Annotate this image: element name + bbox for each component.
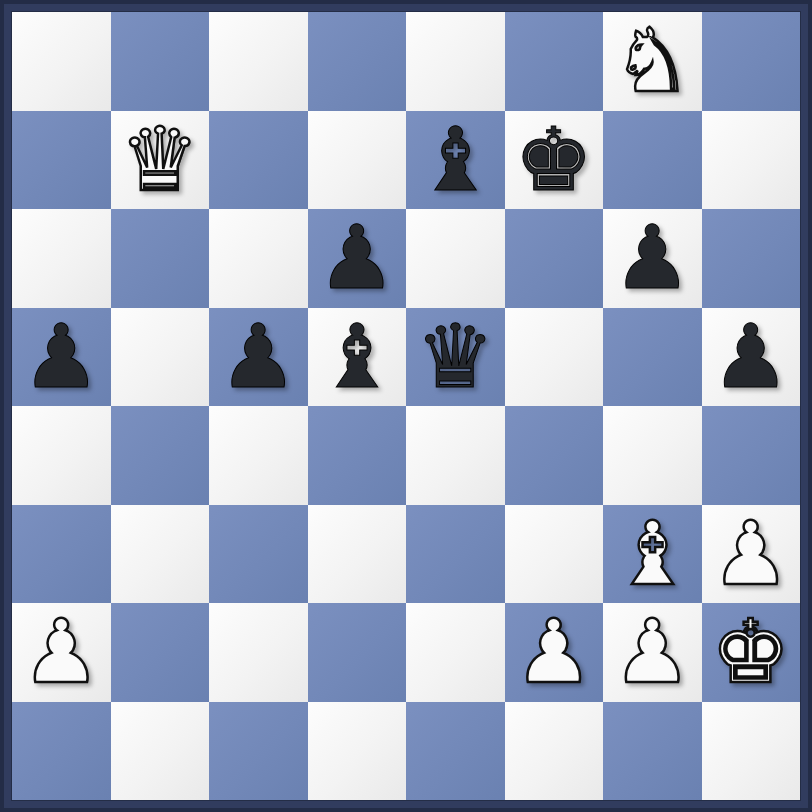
square-d8[interactable] (308, 12, 407, 111)
square-f1[interactable] (505, 702, 604, 801)
square-d1[interactable] (308, 702, 407, 801)
square-e2[interactable] (406, 603, 505, 702)
square-a2[interactable]: ♟ (12, 603, 111, 702)
square-a1[interactable] (12, 702, 111, 801)
square-b3[interactable] (111, 505, 210, 604)
piece-black-bishop[interactable]: ♝ (416, 116, 495, 204)
square-c5[interactable]: ♟ (209, 308, 308, 407)
square-f6[interactable] (505, 209, 604, 308)
square-h8[interactable] (702, 12, 801, 111)
square-b6[interactable] (111, 209, 210, 308)
piece-white-pawn[interactable]: ♟ (22, 608, 101, 696)
square-d4[interactable] (308, 406, 407, 505)
square-e6[interactable] (406, 209, 505, 308)
piece-black-pawn[interactable]: ♟ (219, 313, 298, 401)
square-d6[interactable]: ♟ (308, 209, 407, 308)
square-d3[interactable] (308, 505, 407, 604)
square-g1[interactable] (603, 702, 702, 801)
piece-white-queen[interactable]: ♛ (120, 116, 199, 204)
square-h2[interactable]: ♚ (702, 603, 801, 702)
square-c3[interactable] (209, 505, 308, 604)
square-d7[interactable] (308, 111, 407, 210)
square-c7[interactable] (209, 111, 308, 210)
square-d2[interactable] (308, 603, 407, 702)
piece-black-bishop[interactable]: ♝ (317, 313, 396, 401)
piece-black-pawn[interactable]: ♟ (613, 214, 692, 302)
piece-black-pawn[interactable]: ♟ (22, 313, 101, 401)
piece-white-pawn[interactable]: ♟ (711, 510, 790, 598)
piece-white-pawn[interactable]: ♟ (613, 608, 692, 696)
square-e7[interactable]: ♝ (406, 111, 505, 210)
square-h3[interactable]: ♟ (702, 505, 801, 604)
square-h1[interactable] (702, 702, 801, 801)
square-h4[interactable] (702, 406, 801, 505)
square-h5[interactable]: ♟ (702, 308, 801, 407)
piece-black-queen[interactable]: ♛ (416, 313, 495, 401)
square-f5[interactable] (505, 308, 604, 407)
square-f2[interactable]: ♟ (505, 603, 604, 702)
piece-black-pawn[interactable]: ♟ (711, 313, 790, 401)
square-f8[interactable] (505, 12, 604, 111)
chess-board: ♞♛♝♚♟♟♟♟♝♛♟♝♟♟♟♟♚ (12, 12, 800, 800)
square-c6[interactable] (209, 209, 308, 308)
square-a7[interactable] (12, 111, 111, 210)
square-f7[interactable]: ♚ (505, 111, 604, 210)
square-a5[interactable]: ♟ (12, 308, 111, 407)
square-d5[interactable]: ♝ (308, 308, 407, 407)
square-h7[interactable] (702, 111, 801, 210)
square-g6[interactable]: ♟ (603, 209, 702, 308)
piece-white-king[interactable]: ♚ (711, 608, 790, 696)
square-c1[interactable] (209, 702, 308, 801)
square-e8[interactable] (406, 12, 505, 111)
square-g5[interactable] (603, 308, 702, 407)
square-h6[interactable] (702, 209, 801, 308)
square-b2[interactable] (111, 603, 210, 702)
square-a8[interactable] (12, 12, 111, 111)
square-b4[interactable] (111, 406, 210, 505)
square-g4[interactable] (603, 406, 702, 505)
square-c8[interactable] (209, 12, 308, 111)
piece-white-bishop[interactable]: ♝ (613, 510, 692, 598)
square-a4[interactable] (12, 406, 111, 505)
square-e4[interactable] (406, 406, 505, 505)
square-f4[interactable] (505, 406, 604, 505)
square-b5[interactable] (111, 308, 210, 407)
board-frame: ♞♛♝♚♟♟♟♟♝♛♟♝♟♟♟♟♚ (0, 0, 812, 812)
square-c2[interactable] (209, 603, 308, 702)
piece-white-pawn[interactable]: ♟ (514, 608, 593, 696)
square-b1[interactable] (111, 702, 210, 801)
square-e5[interactable]: ♛ (406, 308, 505, 407)
square-g7[interactable] (603, 111, 702, 210)
square-b7[interactable]: ♛ (111, 111, 210, 210)
piece-white-knight[interactable]: ♞ (613, 17, 692, 105)
piece-black-king[interactable]: ♚ (514, 116, 593, 204)
square-a3[interactable] (12, 505, 111, 604)
square-g8[interactable]: ♞ (603, 12, 702, 111)
square-f3[interactable] (505, 505, 604, 604)
square-e3[interactable] (406, 505, 505, 604)
piece-black-pawn[interactable]: ♟ (317, 214, 396, 302)
square-e1[interactable] (406, 702, 505, 801)
square-g2[interactable]: ♟ (603, 603, 702, 702)
square-a6[interactable] (12, 209, 111, 308)
square-b8[interactable] (111, 12, 210, 111)
square-g3[interactable]: ♝ (603, 505, 702, 604)
square-c4[interactable] (209, 406, 308, 505)
